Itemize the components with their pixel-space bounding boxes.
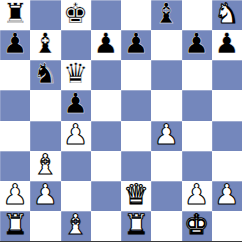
square-f2[interactable] — [151, 181, 181, 211]
square-h8[interactable]: ♞ — [212, 0, 242, 30]
square-h6[interactable] — [212, 60, 242, 90]
square-a2[interactable]: ♟ — [0, 181, 30, 211]
black-queen-piece: ♛ — [63, 60, 88, 88]
square-a3[interactable] — [0, 151, 30, 181]
black-knight-piece: ♞ — [33, 60, 58, 88]
square-c8[interactable]: ♚ — [61, 0, 91, 30]
square-d5[interactable] — [91, 90, 121, 120]
white-pawn-piece: ♟ — [63, 121, 88, 149]
white-rook-piece: ♜ — [3, 211, 28, 239]
square-f8[interactable]: ♝ — [151, 0, 181, 30]
square-c7[interactable] — [61, 30, 91, 60]
square-b5[interactable] — [30, 90, 60, 120]
square-g4[interactable] — [182, 121, 212, 151]
black-bishop-piece: ♝ — [154, 0, 179, 28]
square-e4[interactable] — [121, 121, 151, 151]
square-b6[interactable]: ♞ — [30, 60, 60, 90]
square-h4[interactable] — [212, 121, 242, 151]
square-d8[interactable] — [91, 0, 121, 30]
square-e2[interactable]: ♛ — [121, 181, 151, 211]
white-bishop-piece: ♝ — [63, 211, 88, 239]
white-knight-piece: ♞ — [214, 0, 239, 28]
black-pawn-piece: ♟ — [3, 30, 28, 58]
square-d1[interactable] — [91, 211, 121, 241]
square-f6[interactable] — [151, 60, 181, 90]
square-b4[interactable] — [30, 121, 60, 151]
square-a6[interactable] — [0, 60, 30, 90]
square-g1[interactable]: ♚ — [182, 211, 212, 241]
square-b3[interactable]: ♝ — [30, 151, 60, 181]
square-e6[interactable] — [121, 60, 151, 90]
black-pawn-piece: ♟ — [214, 30, 239, 58]
square-f7[interactable] — [151, 30, 181, 60]
white-pawn-piece: ♟ — [154, 121, 179, 149]
black-king-piece: ♚ — [63, 0, 88, 28]
white-bishop-piece: ♝ — [33, 151, 58, 179]
black-rook-piece: ♜ — [3, 0, 28, 28]
white-rook-piece: ♜ — [124, 211, 149, 239]
square-e5[interactable] — [121, 90, 151, 120]
square-c1[interactable]: ♝ — [61, 211, 91, 241]
square-e8[interactable] — [121, 0, 151, 30]
black-bishop-piece: ♝ — [33, 30, 58, 58]
white-queen-piece: ♛ — [124, 181, 149, 209]
square-a1[interactable]: ♜ — [0, 211, 30, 241]
square-f1[interactable] — [151, 211, 181, 241]
square-h3[interactable] — [212, 151, 242, 181]
square-h1[interactable] — [212, 211, 242, 241]
square-a7[interactable]: ♟ — [0, 30, 30, 60]
square-b2[interactable]: ♟ — [30, 181, 60, 211]
white-pawn-piece: ♟ — [33, 181, 58, 209]
square-g6[interactable] — [182, 60, 212, 90]
square-a4[interactable] — [0, 121, 30, 151]
square-d4[interactable] — [91, 121, 121, 151]
square-d3[interactable] — [91, 151, 121, 181]
square-c5[interactable]: ♟ — [61, 90, 91, 120]
square-e3[interactable] — [121, 151, 151, 181]
black-pawn-piece: ♟ — [184, 30, 209, 58]
square-c4[interactable]: ♟ — [61, 121, 91, 151]
square-b7[interactable]: ♝ — [30, 30, 60, 60]
white-pawn-piece: ♟ — [184, 181, 209, 209]
square-c6[interactable]: ♛ — [61, 60, 91, 90]
square-h7[interactable]: ♟ — [212, 30, 242, 60]
square-d2[interactable] — [91, 181, 121, 211]
white-pawn-piece: ♟ — [3, 181, 28, 209]
white-king-piece: ♚ — [184, 211, 209, 239]
chess-board: ♜♚♝♞♟♝♟♟♟♟♞♛♟♟♟♝♟♟♛♟♟♜♝♜♚ — [0, 0, 242, 241]
square-d7[interactable]: ♟ — [91, 30, 121, 60]
square-h2[interactable]: ♟ — [212, 181, 242, 211]
square-b1[interactable] — [30, 211, 60, 241]
square-d6[interactable] — [91, 60, 121, 90]
square-a5[interactable] — [0, 90, 30, 120]
square-c2[interactable] — [61, 181, 91, 211]
square-g3[interactable] — [182, 151, 212, 181]
white-pawn-piece: ♟ — [214, 181, 239, 209]
square-e7[interactable]: ♟ — [121, 30, 151, 60]
square-c3[interactable] — [61, 151, 91, 181]
square-a8[interactable]: ♜ — [0, 0, 30, 30]
square-f5[interactable] — [151, 90, 181, 120]
black-pawn-piece: ♟ — [124, 30, 149, 58]
square-f3[interactable] — [151, 151, 181, 181]
black-pawn-piece: ♟ — [63, 90, 88, 118]
square-e1[interactable]: ♜ — [121, 211, 151, 241]
square-g7[interactable]: ♟ — [182, 30, 212, 60]
black-pawn-piece: ♟ — [93, 30, 118, 58]
square-b8[interactable] — [30, 0, 60, 30]
square-g5[interactable] — [182, 90, 212, 120]
square-g8[interactable] — [182, 0, 212, 30]
square-g2[interactable]: ♟ — [182, 181, 212, 211]
chess-board-frame: ♜♚♝♞♟♝♟♟♟♟♞♛♟♟♟♝♟♟♛♟♟♜♝♜♚ — [0, 0, 242, 242]
square-f4[interactable]: ♟ — [151, 121, 181, 151]
square-h5[interactable] — [212, 90, 242, 120]
